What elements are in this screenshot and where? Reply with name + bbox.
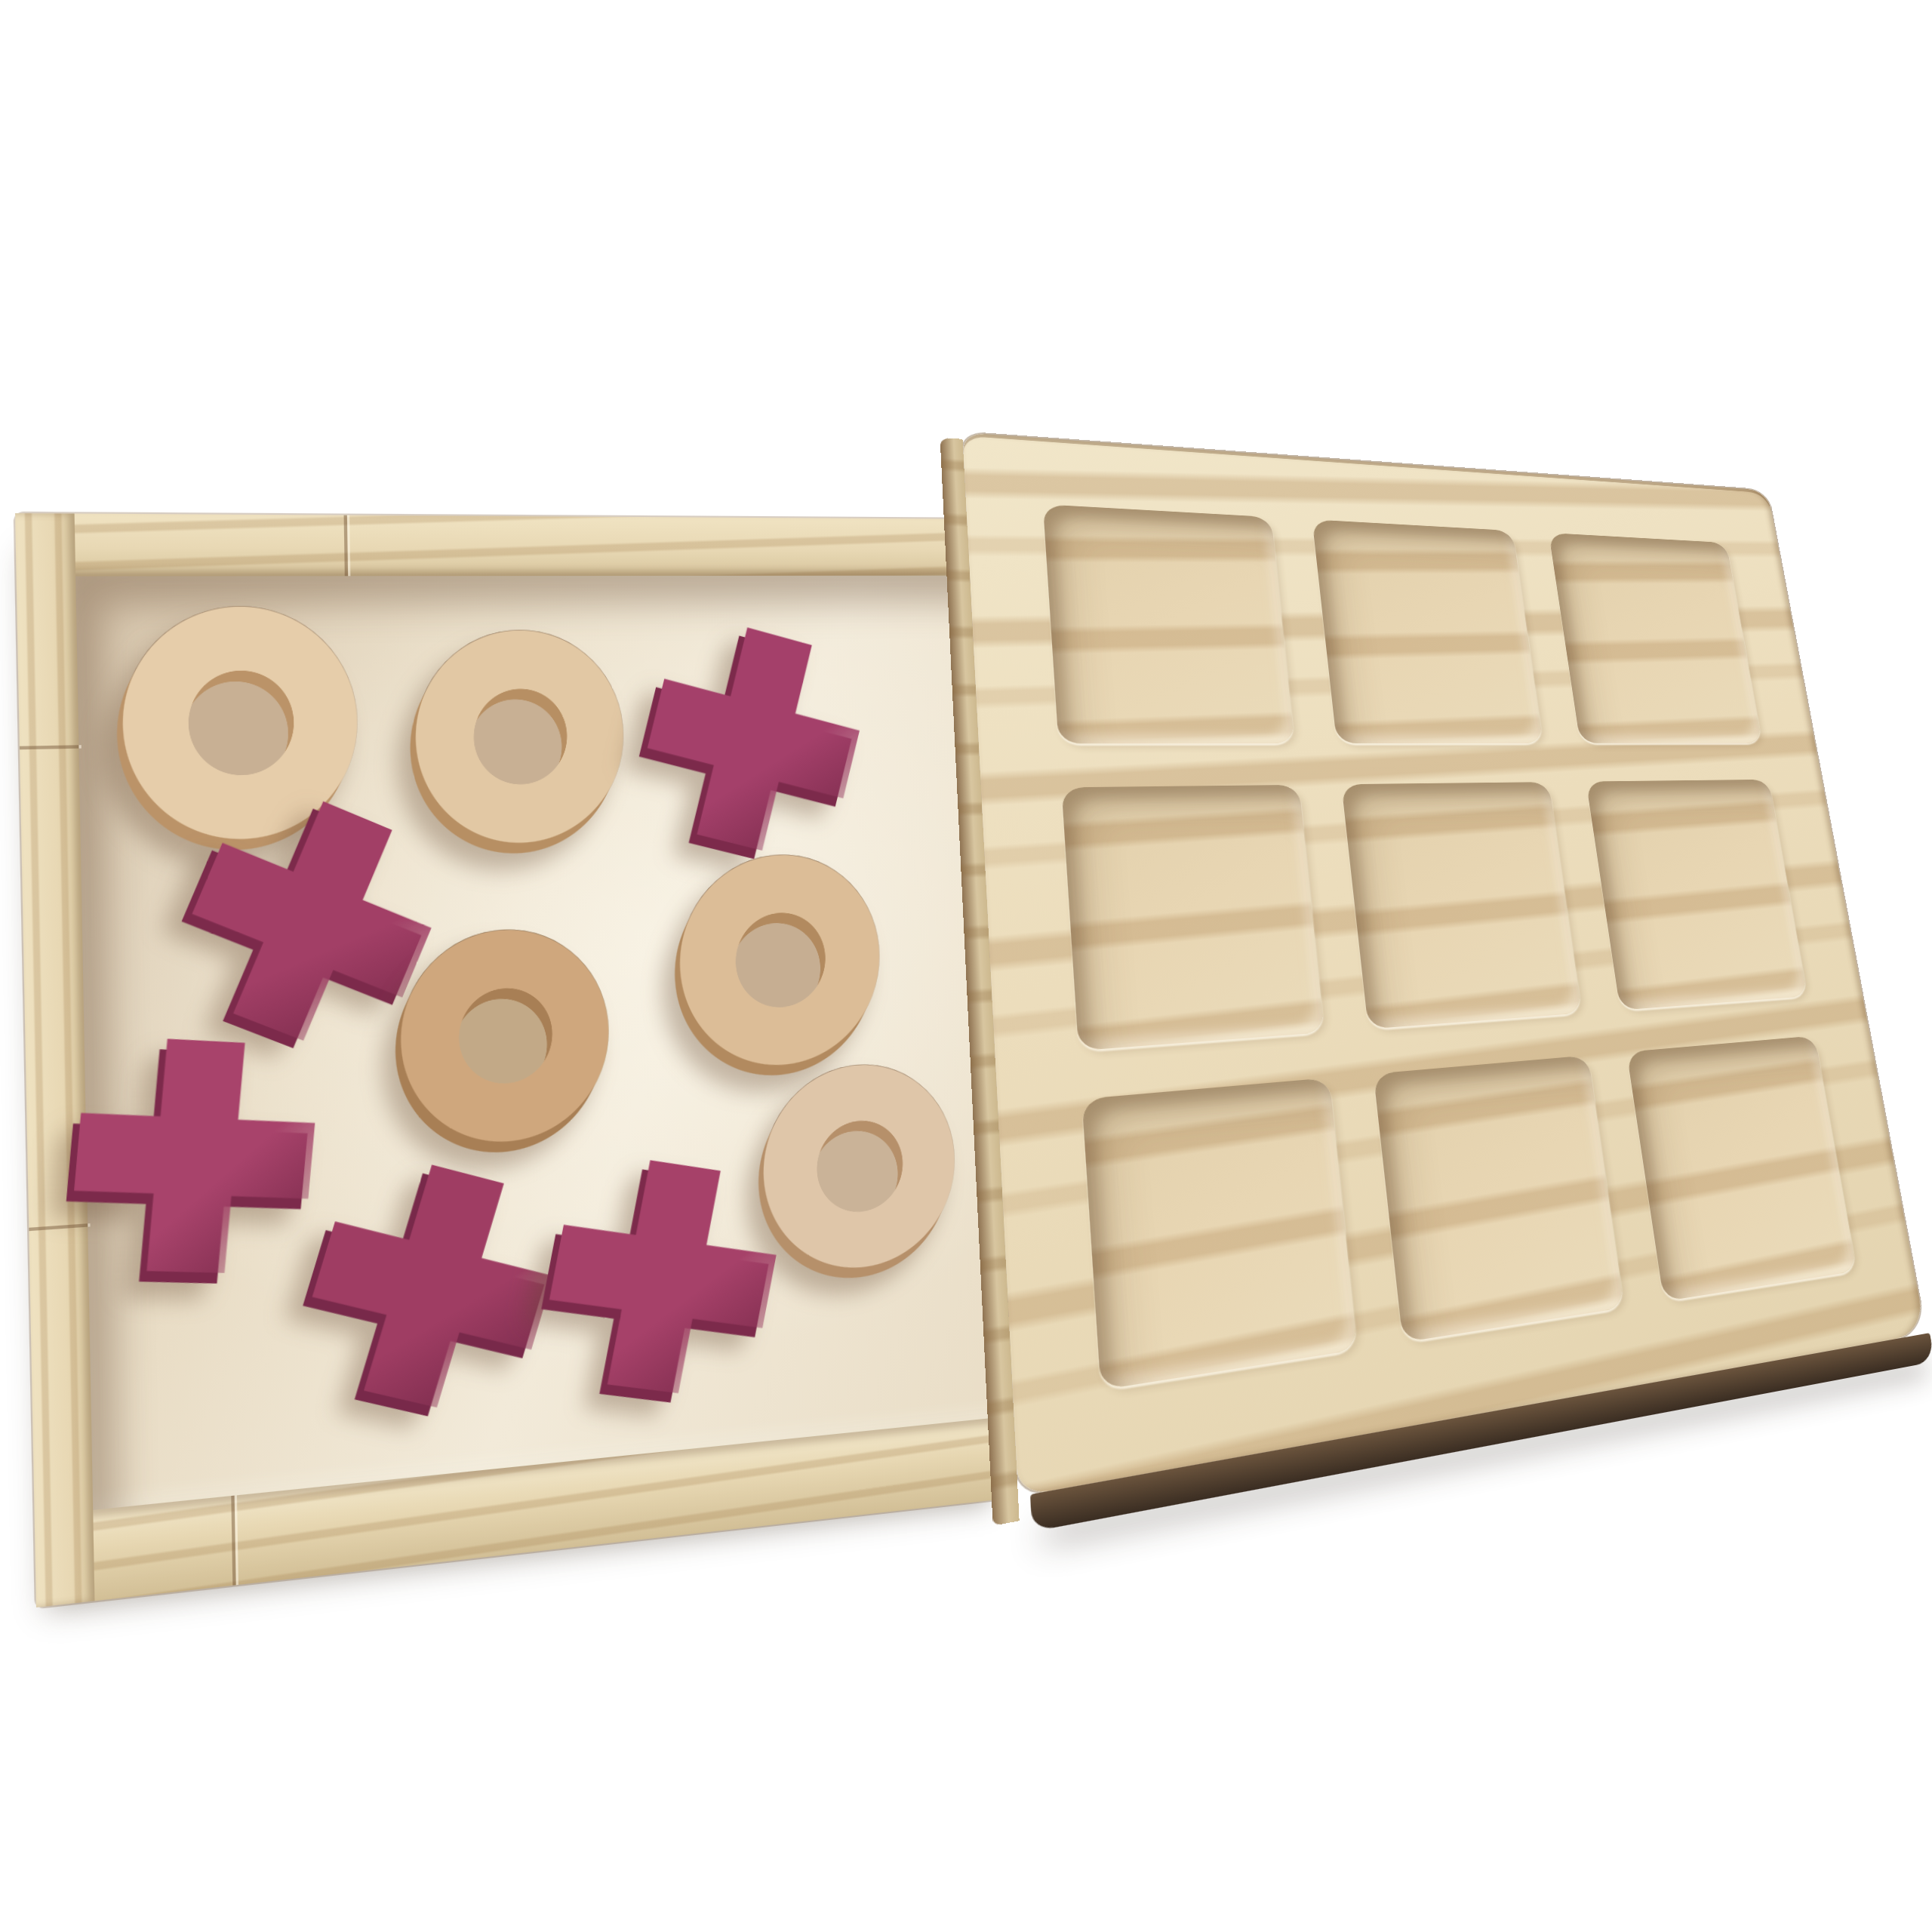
o-piece[interactable] — [762, 1059, 956, 1275]
board-cell-r1c2[interactable] — [1312, 519, 1543, 743]
x-piece-top — [67, 1035, 321, 1275]
storage-tray — [15, 513, 1011, 1607]
board-cell-r2c1[interactable] — [1061, 785, 1324, 1051]
o-piece[interactable] — [414, 629, 625, 847]
o-piece[interactable] — [678, 851, 881, 1071]
rail-joint-seam — [20, 745, 78, 749]
board-cell-r2c3[interactable] — [1586, 780, 1807, 1011]
x-piece[interactable] — [535, 1149, 790, 1402]
scene — [0, 0, 1932, 1932]
x-piece[interactable] — [67, 1035, 321, 1275]
board-cell-r2c2[interactable] — [1341, 782, 1582, 1029]
rail-joint-seam — [231, 1496, 235, 1586]
game-board — [962, 432, 1926, 1497]
board-cell-r1c3[interactable] — [1549, 533, 1762, 743]
board-cell-r3c2[interactable] — [1374, 1055, 1625, 1342]
board-grid — [962, 432, 1926, 1497]
board-cell-r1c1[interactable] — [1043, 504, 1294, 743]
board-cell-r3c1[interactable] — [1081, 1078, 1357, 1390]
tray-rail-top — [15, 513, 1004, 577]
board-cell-r3c3[interactable] — [1626, 1035, 1857, 1301]
o-piece[interactable] — [398, 925, 610, 1149]
rail-joint-seam — [344, 515, 349, 577]
x-piece-top — [535, 1149, 790, 1402]
